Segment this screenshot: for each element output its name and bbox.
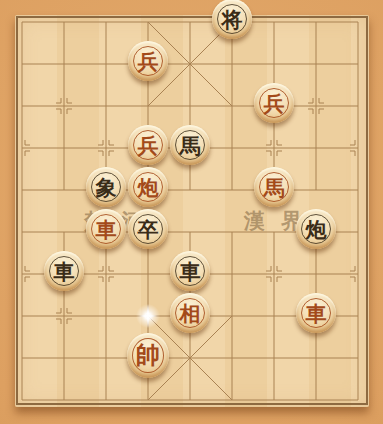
piece-red-general[interactable]: 帥 <box>127 333 169 378</box>
piece-glyph: 炮 <box>306 219 327 240</box>
piece-glyph: 卒 <box>138 219 159 240</box>
piece-glyph: 車 <box>180 261 201 282</box>
piece-black-horse[interactable]: 馬 <box>170 125 210 165</box>
piece-glyph: 炮 <box>138 177 159 198</box>
piece-red-chariot[interactable]: 車 <box>296 293 336 333</box>
xiangqi-app: 楚河 漢界 将兵兵兵馬象炮馬車卒炮車車相車帥 <box>0 0 383 424</box>
piece-glyph: 馬 <box>264 177 285 198</box>
piece-glyph: 兵 <box>138 51 159 72</box>
piece-glyph: 兵 <box>264 93 285 114</box>
piece-black-chariot[interactable]: 車 <box>170 251 210 291</box>
piece-red-soldier[interactable]: 兵 <box>254 83 294 123</box>
piece-black-chariot[interactable]: 車 <box>44 251 84 291</box>
pieces-grid[interactable]: 将兵兵兵馬象炮馬車卒炮車車相車帥 <box>1 1 379 421</box>
piece-glyph: 馬 <box>180 135 201 156</box>
piece-red-chariot[interactable]: 車 <box>86 209 126 249</box>
piece-red-horse[interactable]: 馬 <box>254 167 294 207</box>
piece-glyph: 相 <box>180 303 201 324</box>
piece-glyph: 帥 <box>136 343 160 367</box>
piece-glyph: 車 <box>96 219 117 240</box>
piece-red-soldier[interactable]: 兵 <box>128 125 168 165</box>
piece-black-soldier[interactable]: 卒 <box>128 209 168 249</box>
piece-red-cannon[interactable]: 炮 <box>128 167 168 207</box>
piece-black-cannon[interactable]: 炮 <box>296 209 336 249</box>
piece-black-general[interactable]: 将 <box>212 0 252 39</box>
piece-glyph: 車 <box>306 303 327 324</box>
piece-glyph: 将 <box>222 9 243 30</box>
piece-black-elephant[interactable]: 象 <box>86 167 126 207</box>
piece-red-elephant[interactable]: 相 <box>170 293 210 333</box>
piece-red-soldier[interactable]: 兵 <box>128 41 168 81</box>
piece-glyph: 兵 <box>138 135 159 156</box>
piece-glyph: 象 <box>96 177 117 198</box>
piece-glyph: 車 <box>54 261 75 282</box>
